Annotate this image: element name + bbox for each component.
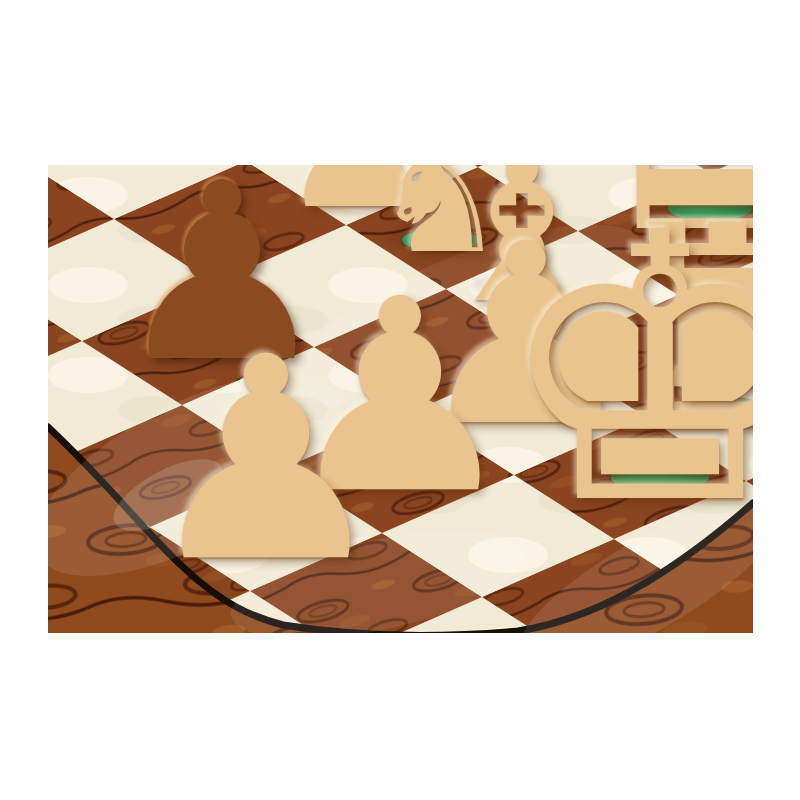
- piece-king-f4: ♚: [494, 185, 753, 555]
- chessboard-photo: ♟♛♞♝♟♟♜♟♚♟: [48, 165, 753, 633]
- pieces-layer: ♟♛♞♝♟♟♜♟♚♟: [48, 165, 753, 633]
- piece-pawn-e2: ♟: [140, 320, 391, 600]
- screenshot-page: ♟♛♞♝♟♟♜♟♚♟: [0, 0, 800, 800]
